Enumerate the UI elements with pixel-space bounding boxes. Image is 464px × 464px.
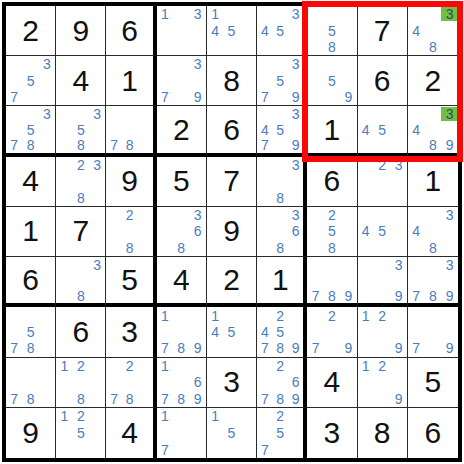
cell-r4c3[interactable]: 9 xyxy=(106,157,156,207)
candidate-8: 8 xyxy=(73,191,89,205)
cell-r5c4[interactable]: 368 xyxy=(157,207,207,257)
cell-r4c8[interactable]: 23 xyxy=(358,157,408,207)
candidate-4: 4 xyxy=(207,24,223,38)
candidate-2: 2 xyxy=(374,158,390,172)
candidate-7: 7 xyxy=(307,341,323,355)
candidate-7: 7 xyxy=(257,443,272,457)
given-digit: 6 xyxy=(374,66,391,96)
candidate-5: 5 xyxy=(22,325,38,339)
candidate-5: 5 xyxy=(223,325,239,339)
candidate-5: 5 xyxy=(273,123,288,137)
candidate-8: 8 xyxy=(324,241,340,255)
candidate-7: 7 xyxy=(6,90,22,104)
candidate-8: 8 xyxy=(324,40,340,54)
candidate-3: 3 xyxy=(89,258,105,272)
cell-r2c9[interactable]: 2 xyxy=(408,56,458,106)
cell-r8c9[interactable]: 5 xyxy=(408,358,458,408)
given-digit: 5 xyxy=(425,367,442,397)
candidate-9: 9 xyxy=(288,392,303,406)
cell-r5c1[interactable]: 1 xyxy=(6,207,56,257)
candidate-1: 1 xyxy=(157,359,173,373)
candidate-2: 2 xyxy=(324,309,340,323)
candidate-4: 4 xyxy=(408,24,425,38)
given-digit: 1 xyxy=(22,216,39,246)
candidate-8: 8 xyxy=(273,341,288,355)
candidate-8: 8 xyxy=(73,138,89,152)
candidate-4: 4 xyxy=(257,24,272,38)
cell-r1c4[interactable]: 13 xyxy=(157,6,207,56)
candidate-2: 2 xyxy=(273,359,288,373)
cell-r5c3[interactable]: 28 xyxy=(106,207,156,257)
candidate-1: 1 xyxy=(207,409,223,423)
cell-r5c7[interactable]: 258 xyxy=(307,207,357,257)
cell-r7c7[interactable]: 279 xyxy=(307,307,357,357)
cell-r8c6[interactable]: 26789 xyxy=(257,358,307,408)
candidate-3: 3 xyxy=(89,107,105,121)
given-digit: 5 xyxy=(173,166,190,196)
cell-r6c1[interactable]: 6 xyxy=(6,257,56,307)
candidate-9: 9 xyxy=(288,90,303,104)
candidate-5: 5 xyxy=(73,123,89,137)
candidate-1: 1 xyxy=(157,309,173,323)
candidate-2: 2 xyxy=(122,208,137,222)
cell-r8c7[interactable]: 4 xyxy=(307,358,357,408)
candidate-8: 8 xyxy=(122,138,137,152)
cell-r8c4[interactable]: 16789 xyxy=(157,358,207,408)
given-digit: 2 xyxy=(223,265,240,295)
cell-r2c6[interactable]: 3579 xyxy=(257,56,307,106)
given-digit: 7 xyxy=(72,216,89,246)
given-digit: 1 xyxy=(425,166,442,196)
candidate-6: 6 xyxy=(288,375,303,389)
candidate-1: 1 xyxy=(358,309,374,323)
candidate-8: 8 xyxy=(73,289,89,303)
cell-r8c1[interactable]: 78 xyxy=(6,358,56,408)
given-digit: 7 xyxy=(223,166,240,196)
cell-r4c7[interactable]: 6 xyxy=(307,157,357,207)
cell-r4c2[interactable]: 238 xyxy=(56,157,106,207)
given-digit: 4 xyxy=(173,265,190,295)
candidate-3: 3 xyxy=(189,7,205,21)
sudoku-app-frame: 2961314534558734835741379835795962357835… xyxy=(0,0,464,464)
cell-r4c6[interactable]: 38 xyxy=(257,157,307,207)
candidate-3: 3 xyxy=(288,57,303,71)
cell-r6c4[interactable]: 4 xyxy=(157,257,207,307)
candidate-3: 3 xyxy=(189,208,205,222)
cell-r8c8[interactable]: 129 xyxy=(358,358,408,408)
candidate-3: 3 xyxy=(89,158,105,172)
candidate-8: 8 xyxy=(425,241,442,255)
cell-r5c5[interactable]: 9 xyxy=(207,207,257,257)
candidate-8: 8 xyxy=(425,289,442,303)
candidate-8: 8 xyxy=(273,241,288,255)
given-digit: 9 xyxy=(72,16,89,46)
candidate-4: 4 xyxy=(408,123,425,137)
cell-r3c8[interactable]: 45 xyxy=(358,106,408,156)
cell-r5c9[interactable]: 348 xyxy=(408,207,458,257)
candidate-9: 9 xyxy=(288,341,303,355)
sudoku-board: 2961314534558734835741379835795962357835… xyxy=(2,2,462,462)
cell-r9c4[interactable]: 17 xyxy=(157,408,207,458)
given-digit: 9 xyxy=(121,166,138,196)
candidate-2: 2 xyxy=(324,208,340,222)
candidate-3: 3 xyxy=(189,57,205,71)
given-digit: 7 xyxy=(374,16,391,46)
candidate-9: 9 xyxy=(441,341,458,355)
candidate-1: 1 xyxy=(358,359,374,373)
candidate-4: 4 xyxy=(358,123,374,137)
cell-r1c5[interactable]: 145 xyxy=(207,6,257,56)
candidate-6: 6 xyxy=(288,224,303,238)
candidate-8: 8 xyxy=(173,392,189,406)
candidate-9: 9 xyxy=(340,90,356,104)
cell-r9c2[interactable]: 125 xyxy=(56,408,106,458)
candidate-7: 7 xyxy=(257,392,272,406)
candidate-5: 5 xyxy=(22,74,38,88)
cell-r6c5[interactable]: 2 xyxy=(207,257,257,307)
given-digit: 4 xyxy=(324,367,341,397)
candidate-2: 2 xyxy=(122,359,137,373)
cell-r1c7[interactable]: 58 xyxy=(307,6,357,56)
candidate-8: 8 xyxy=(425,138,442,152)
candidate-1: 1 xyxy=(157,409,173,423)
given-digit: 6 xyxy=(425,418,442,448)
candidate-4: 4 xyxy=(408,224,425,238)
cell-r7c1[interactable]: 578 xyxy=(6,307,56,357)
candidate-5: 5 xyxy=(223,426,239,440)
given-digit: 1 xyxy=(121,66,138,96)
candidate-8: 8 xyxy=(273,191,288,205)
candidate-3: 3 xyxy=(390,158,406,172)
cell-r1c8[interactable]: 7 xyxy=(358,6,408,56)
given-digit: 1 xyxy=(272,265,289,295)
cell-r4c5[interactable]: 7 xyxy=(207,157,257,207)
candidate-3: 3 xyxy=(39,57,55,71)
candidate-7: 7 xyxy=(257,341,272,355)
candidate-9: 9 xyxy=(189,341,205,355)
candidate-1: 1 xyxy=(207,309,223,323)
candidate-7: 7 xyxy=(408,289,425,303)
cell-r3c2[interactable]: 358 xyxy=(56,106,106,156)
candidate-1: 1 xyxy=(157,7,173,21)
given-digit: 2 xyxy=(173,115,190,145)
candidate-1: 1 xyxy=(56,359,72,373)
candidate-5: 5 xyxy=(273,24,288,38)
candidate-6: 6 xyxy=(189,375,205,389)
candidate-8: 8 xyxy=(324,289,340,303)
candidate-7: 7 xyxy=(157,90,173,104)
candidate-2: 2 xyxy=(374,359,390,373)
candidate-5: 5 xyxy=(73,426,89,440)
cell-r3c1[interactable]: 3578 xyxy=(6,106,56,156)
candidate-8: 8 xyxy=(122,392,137,406)
candidate-7: 7 xyxy=(6,392,22,406)
candidate-7: 7 xyxy=(257,138,272,152)
given-digit: 3 xyxy=(324,418,341,448)
candidate-7: 7 xyxy=(408,341,425,355)
cell-r4c9[interactable]: 1 xyxy=(408,157,458,207)
candidate-5: 5 xyxy=(374,224,390,238)
candidate-2: 2 xyxy=(73,359,89,373)
cell-r9c9[interactable]: 6 xyxy=(408,408,458,458)
given-digit: 9 xyxy=(22,418,39,448)
candidate-8: 8 xyxy=(173,341,189,355)
candidate-7: 7 xyxy=(307,289,323,303)
candidate-8: 8 xyxy=(22,341,38,355)
candidate-9: 9 xyxy=(390,341,406,355)
cell-r5c2[interactable]: 7 xyxy=(56,207,106,257)
candidate-9: 9 xyxy=(340,341,356,355)
cell-r1c2[interactable]: 9 xyxy=(56,6,106,56)
candidate-1: 1 xyxy=(207,7,223,21)
candidate-9: 9 xyxy=(441,289,458,303)
candidate-7: 7 xyxy=(6,138,22,152)
candidate-2: 2 xyxy=(73,409,89,423)
candidate-9: 9 xyxy=(390,392,406,406)
candidate-2: 2 xyxy=(374,309,390,323)
candidate-8: 8 xyxy=(273,392,288,406)
candidate-7: 7 xyxy=(106,138,121,152)
cell-r6c3[interactable]: 5 xyxy=(106,257,156,307)
candidate-5: 5 xyxy=(324,74,340,88)
given-digit: 3 xyxy=(121,317,138,347)
cell-r3c4[interactable]: 2 xyxy=(157,106,207,156)
cell-r3c5[interactable]: 6 xyxy=(207,106,257,156)
cell-r3c9[interactable]: 3489 xyxy=(408,106,458,156)
cell-r1c6[interactable]: 345 xyxy=(257,6,307,56)
cell-r7c5[interactable]: 145 xyxy=(207,307,257,357)
candidate-7: 7 xyxy=(257,90,272,104)
candidate-7: 7 xyxy=(6,341,22,355)
cell-r3c6[interactable]: 34579 xyxy=(257,106,307,156)
cell-r7c4[interactable]: 1789 xyxy=(157,307,207,357)
cell-r8c5[interactable]: 3 xyxy=(207,358,257,408)
cell-r3c3[interactable]: 78 xyxy=(106,106,156,156)
given-digit: 6 xyxy=(223,115,240,145)
candidate-2: 2 xyxy=(273,409,288,423)
candidate-5: 5 xyxy=(273,426,288,440)
candidate-8: 8 xyxy=(173,241,189,255)
candidate-3: 3 xyxy=(441,208,458,222)
candidate-4: 4 xyxy=(257,123,272,137)
candidate-4: 4 xyxy=(257,325,272,339)
cell-r2c2[interactable]: 4 xyxy=(56,56,106,106)
candidate-3: 3 xyxy=(288,158,303,172)
cell-r5c8[interactable]: 45 xyxy=(358,207,408,257)
cell-r2c5[interactable]: 8 xyxy=(207,56,257,106)
candidate-5: 5 xyxy=(22,123,38,137)
given-digit: 4 xyxy=(121,418,138,448)
candidate-8: 8 xyxy=(22,138,38,152)
candidate-2: 2 xyxy=(73,158,89,172)
cell-r7c2[interactable]: 6 xyxy=(56,307,106,357)
candidate-9: 9 xyxy=(390,289,406,303)
given-digit: 8 xyxy=(374,418,391,448)
cell-r2c8[interactable]: 6 xyxy=(358,56,408,106)
candidate-9: 9 xyxy=(340,289,356,303)
cell-r6c7[interactable]: 789 xyxy=(307,257,357,307)
candidate-7: 7 xyxy=(157,341,173,355)
candidate-4: 4 xyxy=(358,224,374,238)
candidate-3: 3 xyxy=(39,107,55,121)
candidate-8: 8 xyxy=(122,241,137,255)
cell-r9c3[interactable]: 4 xyxy=(106,408,156,458)
candidate-5: 5 xyxy=(324,24,340,38)
candidate-5: 5 xyxy=(273,74,288,88)
candidate-7: 7 xyxy=(157,392,173,406)
given-digit: 8 xyxy=(223,66,240,96)
cell-r1c9[interactable]: 348 xyxy=(408,6,458,56)
candidate-5: 5 xyxy=(374,123,390,137)
given-digit: 2 xyxy=(425,66,442,96)
cell-r7c6[interactable]: 245789 xyxy=(257,307,307,357)
candidate-5: 5 xyxy=(223,24,239,38)
candidate-3: 3 xyxy=(288,7,303,21)
candidate-5: 5 xyxy=(273,325,288,339)
candidate-6: 6 xyxy=(189,224,205,238)
candidate-3: 3 xyxy=(441,258,458,272)
cell-r1c1[interactable]: 2 xyxy=(6,6,56,56)
candidate-9: 9 xyxy=(189,90,205,104)
candidate-9: 9 xyxy=(288,138,303,152)
cell-r9c7[interactable]: 3 xyxy=(307,408,357,458)
given-digit: 9 xyxy=(223,216,240,246)
cell-r1c3[interactable]: 6 xyxy=(106,6,156,56)
candidate-3: 3 xyxy=(288,208,303,222)
cell-r6c8[interactable]: 39 xyxy=(358,257,408,307)
candidate-3: 3 xyxy=(288,107,303,121)
cell-r7c8[interactable]: 129 xyxy=(358,307,408,357)
given-digit: 5 xyxy=(121,265,138,295)
given-digit: 2 xyxy=(22,16,39,46)
given-digit: 6 xyxy=(121,16,138,46)
cell-r4c1[interactable]: 4 xyxy=(6,157,56,207)
cell-r9c5[interactable]: 15 xyxy=(207,408,257,458)
candidate-7: 7 xyxy=(157,443,173,457)
candidate-3-highlighted: 3 xyxy=(441,107,458,121)
cell-r8c3[interactable]: 278 xyxy=(106,358,156,408)
given-digit: 3 xyxy=(223,367,240,397)
candidate-5: 5 xyxy=(324,224,340,238)
given-digit: 4 xyxy=(72,66,89,96)
candidate-9: 9 xyxy=(189,392,205,406)
cell-r9c8[interactable]: 8 xyxy=(358,408,408,458)
cell-r9c1[interactable]: 9 xyxy=(6,408,56,458)
cell-r6c9[interactable]: 3789 xyxy=(408,257,458,307)
candidate-8: 8 xyxy=(22,392,38,406)
given-digit: 1 xyxy=(324,115,341,145)
candidate-3-highlighted: 3 xyxy=(441,7,458,21)
cell-r2c3[interactable]: 1 xyxy=(106,56,156,106)
candidate-3: 3 xyxy=(390,258,406,272)
given-digit: 6 xyxy=(324,166,341,196)
candidate-8: 8 xyxy=(73,392,89,406)
candidate-1: 1 xyxy=(56,409,72,423)
cell-r2c7[interactable]: 59 xyxy=(307,56,357,106)
given-digit: 6 xyxy=(22,265,39,295)
cell-r4c4[interactable]: 5 xyxy=(157,157,207,207)
candidate-9: 9 xyxy=(441,138,458,152)
cell-r6c6[interactable]: 1 xyxy=(257,257,307,307)
given-digit: 4 xyxy=(22,166,39,196)
cell-r2c4[interactable]: 379 xyxy=(157,56,207,106)
cell-r7c3[interactable]: 3 xyxy=(106,307,156,357)
candidate-8: 8 xyxy=(425,40,442,54)
cell-r8c2[interactable]: 128 xyxy=(56,358,106,408)
cell-r9c6[interactable]: 257 xyxy=(257,408,307,458)
cell-r2c1[interactable]: 357 xyxy=(6,56,56,106)
cell-r3c7[interactable]: 1 xyxy=(307,106,357,156)
candidate-2: 2 xyxy=(273,309,288,323)
cell-r6c2[interactable]: 38 xyxy=(56,257,106,307)
cell-r7c9[interactable]: 79 xyxy=(408,307,458,357)
candidate-7: 7 xyxy=(106,392,121,406)
given-digit: 6 xyxy=(72,317,89,347)
cell-r5c6[interactable]: 368 xyxy=(257,207,307,257)
candidate-4: 4 xyxy=(207,325,223,339)
